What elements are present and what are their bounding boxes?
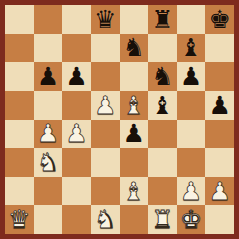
square-a8[interactable] [5,5,34,34]
square-h4[interactable] [205,120,234,149]
square-b5[interactable] [34,91,63,120]
square-g4[interactable] [177,120,206,149]
square-h3[interactable] [205,148,234,177]
square-h5[interactable]: ♟ [205,91,234,120]
square-a2[interactable] [5,177,34,206]
square-g2[interactable]: ♟ [177,177,206,206]
white-queen-a1: ♛ [8,207,30,232]
white-rook-f1: ♜ [151,207,173,232]
square-f3[interactable] [148,148,177,177]
square-g8[interactable] [177,5,206,34]
square-e6[interactable] [120,62,149,91]
square-a4[interactable] [5,120,34,149]
black-pawn-e4: ♟ [123,121,145,146]
square-c3[interactable] [62,148,91,177]
square-d6[interactable] [91,62,120,91]
black-bishop-f5: ♝ [151,93,173,118]
square-d3[interactable] [91,148,120,177]
square-f2[interactable] [148,177,177,206]
square-e2[interactable]: ♝ [120,177,149,206]
square-f6[interactable]: ♞ [148,62,177,91]
black-bishop-g7: ♝ [180,35,202,60]
square-e3[interactable] [120,148,149,177]
square-c1[interactable] [62,205,91,234]
square-f8[interactable]: ♜ [148,5,177,34]
white-pawn-b4: ♟ [37,121,59,146]
white-knight-b3: ♞ [37,150,59,175]
black-pawn-h5: ♟ [208,93,230,118]
black-pawn-b6: ♟ [37,64,59,89]
square-e4[interactable]: ♟ [120,120,149,149]
white-pawn-d5: ♟ [94,93,116,118]
square-f7[interactable] [148,34,177,63]
square-b2[interactable] [34,177,63,206]
black-knight-f6: ♞ [151,64,173,89]
square-d1[interactable]: ♞ [91,205,120,234]
square-a3[interactable] [5,148,34,177]
black-rook-f8: ♜ [151,7,173,32]
white-bishop-e5: ♝ [123,93,145,118]
black-king-h8: ♚ [208,7,230,32]
square-g5[interactable] [177,91,206,120]
square-c8[interactable] [62,5,91,34]
square-h8[interactable]: ♚ [205,5,234,34]
black-pawn-g6: ♟ [180,64,202,89]
square-g3[interactable] [177,148,206,177]
square-c2[interactable] [62,177,91,206]
square-b7[interactable] [34,34,63,63]
square-g6[interactable]: ♟ [177,62,206,91]
square-e1[interactable] [120,205,149,234]
square-d7[interactable] [91,34,120,63]
square-d5[interactable]: ♟ [91,91,120,120]
square-a6[interactable] [5,62,34,91]
square-c6[interactable]: ♟ [62,62,91,91]
square-d4[interactable] [91,120,120,149]
square-g7[interactable]: ♝ [177,34,206,63]
square-c7[interactable] [62,34,91,63]
square-g1[interactable]: ♚ [177,205,206,234]
square-b4[interactable]: ♟ [34,120,63,149]
square-b1[interactable] [34,205,63,234]
square-h6[interactable] [205,62,234,91]
square-d8[interactable]: ♛ [91,5,120,34]
square-a5[interactable] [5,91,34,120]
square-e8[interactable] [120,5,149,34]
square-b3[interactable]: ♞ [34,148,63,177]
square-b8[interactable] [34,5,63,34]
white-pawn-g2: ♟ [180,179,202,204]
white-bishop-e2: ♝ [123,179,145,204]
square-e5[interactable]: ♝ [120,91,149,120]
square-f5[interactable]: ♝ [148,91,177,120]
black-knight-e7: ♞ [123,35,145,60]
black-queen-d8: ♛ [94,7,116,32]
square-a1[interactable]: ♛ [5,205,34,234]
square-f1[interactable]: ♜ [148,205,177,234]
square-e7[interactable]: ♞ [120,34,149,63]
white-pawn-h2: ♟ [208,179,230,204]
square-h2[interactable]: ♟ [205,177,234,206]
white-pawn-c4: ♟ [65,121,87,146]
white-king-g1: ♚ [180,207,202,232]
black-pawn-c6: ♟ [65,64,87,89]
square-a7[interactable] [5,34,34,63]
square-d2[interactable] [91,177,120,206]
square-c5[interactable] [62,91,91,120]
chess-board-frame: ♛♜♚♞♝♟♟♞♟♟♝♝♟♟♟♟♞♝♟♟♛♞♜♚ [0,0,239,239]
white-knight-d1: ♞ [94,207,116,232]
chess-board: ♛♜♚♞♝♟♟♞♟♟♝♝♟♟♟♟♞♝♟♟♛♞♜♚ [5,5,234,234]
square-c4[interactable]: ♟ [62,120,91,149]
square-h1[interactable] [205,205,234,234]
square-b6[interactable]: ♟ [34,62,63,91]
square-f4[interactable] [148,120,177,149]
square-h7[interactable] [205,34,234,63]
